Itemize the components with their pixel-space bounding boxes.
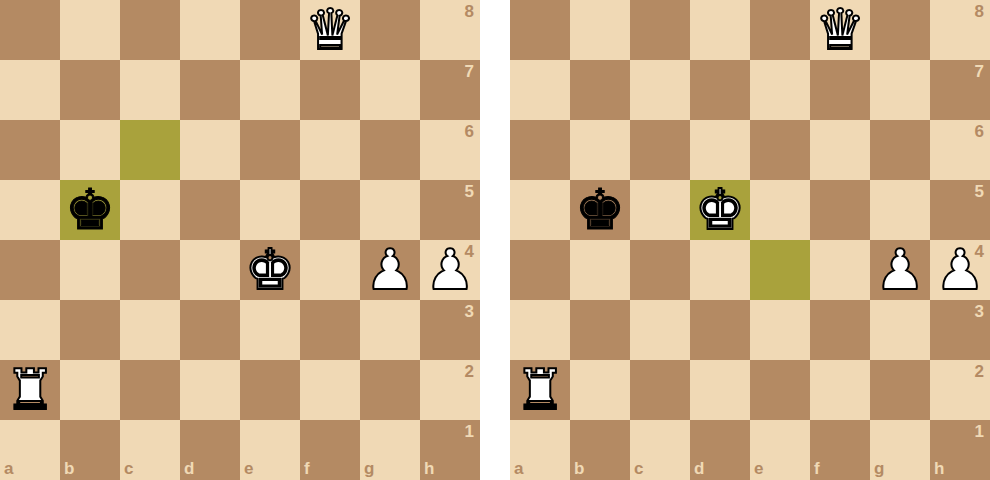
file-label-b: b bbox=[574, 460, 584, 477]
chessboard-right: ♛♚♚♟♟♜12345678abcdefgh bbox=[510, 0, 990, 480]
square-d6[interactable] bbox=[690, 120, 750, 180]
boards-container: ♛♚♚♟♟♜12345678abcdefgh ♛♚♚♟♟♜12345678abc… bbox=[0, 0, 990, 480]
square-d2[interactable] bbox=[180, 360, 240, 420]
file-label-d: d bbox=[694, 460, 704, 477]
rank-label-3: 3 bbox=[975, 303, 984, 320]
square-b5[interactable]: ♚ bbox=[570, 180, 630, 240]
square-e8[interactable] bbox=[240, 0, 300, 60]
square-a5[interactable] bbox=[0, 180, 60, 240]
square-a3[interactable] bbox=[0, 300, 60, 360]
square-c4[interactable] bbox=[120, 240, 180, 300]
file-label-b: b bbox=[64, 460, 74, 477]
square-c7[interactable] bbox=[630, 60, 690, 120]
rank-label-7: 7 bbox=[975, 63, 984, 80]
file-label-f: f bbox=[814, 460, 820, 477]
square-a7[interactable] bbox=[510, 60, 570, 120]
white-queen-f8[interactable]: ♛ bbox=[300, 0, 360, 60]
square-e6[interactable] bbox=[750, 120, 810, 180]
square-f8[interactable]: ♛ bbox=[810, 0, 870, 60]
square-g7[interactable] bbox=[360, 60, 420, 120]
white-king-e4[interactable]: ♚ bbox=[240, 240, 300, 300]
rank-label-2: 2 bbox=[465, 363, 474, 380]
square-b8[interactable] bbox=[570, 0, 630, 60]
white-pawn-g4[interactable]: ♟ bbox=[360, 240, 420, 300]
square-d2[interactable] bbox=[690, 360, 750, 420]
square-e7[interactable] bbox=[750, 60, 810, 120]
square-d8[interactable] bbox=[180, 0, 240, 60]
square-b3[interactable] bbox=[60, 300, 120, 360]
square-b5[interactable]: ♚ bbox=[60, 180, 120, 240]
file-label-a: a bbox=[4, 460, 13, 477]
file-label-f: f bbox=[304, 460, 310, 477]
square-c8[interactable] bbox=[120, 0, 180, 60]
file-label-c: c bbox=[124, 460, 133, 477]
square-a8[interactable] bbox=[510, 0, 570, 60]
file-label-h: h bbox=[424, 460, 434, 477]
white-rook-a2[interactable]: ♜ bbox=[0, 360, 60, 420]
rank-label-3: 3 bbox=[465, 303, 474, 320]
square-b2[interactable] bbox=[570, 360, 630, 420]
square-d5[interactable] bbox=[180, 180, 240, 240]
rank-label-8: 8 bbox=[975, 3, 984, 20]
square-c2[interactable] bbox=[630, 360, 690, 420]
square-g7[interactable] bbox=[870, 60, 930, 120]
square-b4[interactable] bbox=[570, 240, 630, 300]
square-g8[interactable] bbox=[870, 0, 930, 60]
file-label-h: h bbox=[934, 460, 944, 477]
square-e8[interactable] bbox=[750, 0, 810, 60]
rank-label-4: 4 bbox=[465, 243, 474, 260]
square-f4[interactable] bbox=[810, 240, 870, 300]
square-e4[interactable] bbox=[750, 240, 810, 300]
square-c3[interactable] bbox=[120, 300, 180, 360]
square-e5[interactable] bbox=[240, 180, 300, 240]
square-d7[interactable] bbox=[180, 60, 240, 120]
square-g3[interactable] bbox=[870, 300, 930, 360]
square-a2[interactable]: ♜ bbox=[510, 360, 570, 420]
square-a6[interactable] bbox=[0, 120, 60, 180]
square-e7[interactable] bbox=[240, 60, 300, 120]
square-e6[interactable] bbox=[240, 120, 300, 180]
square-b3[interactable] bbox=[570, 300, 630, 360]
square-f5[interactable] bbox=[810, 180, 870, 240]
square-a7[interactable] bbox=[0, 60, 60, 120]
white-queen-f8[interactable]: ♛ bbox=[810, 0, 870, 60]
square-e4[interactable]: ♚ bbox=[240, 240, 300, 300]
square-c7[interactable] bbox=[120, 60, 180, 120]
square-e2[interactable] bbox=[240, 360, 300, 420]
square-d8[interactable] bbox=[690, 0, 750, 60]
white-rook-a2[interactable]: ♜ bbox=[510, 360, 570, 420]
square-g6[interactable] bbox=[870, 120, 930, 180]
square-c2[interactable] bbox=[120, 360, 180, 420]
rank-label-2: 2 bbox=[975, 363, 984, 380]
square-f3[interactable] bbox=[300, 300, 360, 360]
file-label-e: e bbox=[754, 460, 763, 477]
square-e2[interactable] bbox=[750, 360, 810, 420]
chessboard-left: ♛♚♚♟♟♜12345678abcdefgh bbox=[0, 0, 480, 480]
square-g5[interactable] bbox=[360, 180, 420, 240]
square-f5[interactable] bbox=[300, 180, 360, 240]
square-d5[interactable]: ♚ bbox=[690, 180, 750, 240]
square-e3[interactable] bbox=[240, 300, 300, 360]
square-c3[interactable] bbox=[630, 300, 690, 360]
square-d4[interactable] bbox=[180, 240, 240, 300]
rank-label-1: 1 bbox=[465, 423, 474, 440]
square-b6[interactable] bbox=[60, 120, 120, 180]
square-e5[interactable] bbox=[750, 180, 810, 240]
square-g6[interactable] bbox=[360, 120, 420, 180]
square-b2[interactable] bbox=[60, 360, 120, 420]
square-b4[interactable] bbox=[60, 240, 120, 300]
file-label-c: c bbox=[634, 460, 643, 477]
rank-label-5: 5 bbox=[975, 183, 984, 200]
square-b6[interactable] bbox=[570, 120, 630, 180]
square-a5[interactable] bbox=[510, 180, 570, 240]
rank-label-6: 6 bbox=[465, 123, 474, 140]
file-label-g: g bbox=[364, 460, 374, 477]
black-king-b5[interactable]: ♚ bbox=[60, 180, 120, 240]
square-c6[interactable] bbox=[120, 120, 180, 180]
square-a4[interactable] bbox=[0, 240, 60, 300]
file-label-e: e bbox=[244, 460, 253, 477]
file-label-g: g bbox=[874, 460, 884, 477]
square-g4[interactable]: ♟ bbox=[870, 240, 930, 300]
square-d6[interactable] bbox=[180, 120, 240, 180]
square-f8[interactable]: ♛ bbox=[300, 0, 360, 60]
square-f2[interactable] bbox=[810, 360, 870, 420]
rank-label-5: 5 bbox=[465, 183, 474, 200]
square-c6[interactable] bbox=[630, 120, 690, 180]
square-g2[interactable] bbox=[870, 360, 930, 420]
rank-label-4: 4 bbox=[975, 243, 984, 260]
square-a3[interactable] bbox=[510, 300, 570, 360]
file-label-d: d bbox=[184, 460, 194, 477]
white-king-d5[interactable]: ♚ bbox=[690, 180, 750, 240]
square-f7[interactable] bbox=[810, 60, 870, 120]
rank-label-7: 7 bbox=[465, 63, 474, 80]
black-king-b5[interactable]: ♚ bbox=[570, 180, 630, 240]
white-pawn-g4[interactable]: ♟ bbox=[870, 240, 930, 300]
square-g2[interactable] bbox=[360, 360, 420, 420]
square-e3[interactable] bbox=[750, 300, 810, 360]
square-f6[interactable] bbox=[300, 120, 360, 180]
square-a4[interactable] bbox=[510, 240, 570, 300]
square-c5[interactable] bbox=[120, 180, 180, 240]
square-a8[interactable] bbox=[0, 0, 60, 60]
square-f7[interactable] bbox=[300, 60, 360, 120]
square-b7[interactable] bbox=[570, 60, 630, 120]
square-g5[interactable] bbox=[870, 180, 930, 240]
square-b7[interactable] bbox=[60, 60, 120, 120]
square-c5[interactable] bbox=[630, 180, 690, 240]
square-f6[interactable] bbox=[810, 120, 870, 180]
square-c4[interactable] bbox=[630, 240, 690, 300]
square-f3[interactable] bbox=[810, 300, 870, 360]
square-d4[interactable] bbox=[690, 240, 750, 300]
square-d7[interactable] bbox=[690, 60, 750, 120]
square-f4[interactable] bbox=[300, 240, 360, 300]
rank-label-1: 1 bbox=[975, 423, 984, 440]
rank-label-8: 8 bbox=[465, 3, 474, 20]
square-g3[interactable] bbox=[360, 300, 420, 360]
square-f2[interactable] bbox=[300, 360, 360, 420]
square-d3[interactable] bbox=[690, 300, 750, 360]
square-c8[interactable] bbox=[630, 0, 690, 60]
square-b8[interactable] bbox=[60, 0, 120, 60]
rank-label-6: 6 bbox=[975, 123, 984, 140]
file-label-a: a bbox=[514, 460, 523, 477]
square-d3[interactable] bbox=[180, 300, 240, 360]
square-a2[interactable]: ♜ bbox=[0, 360, 60, 420]
square-g4[interactable]: ♟ bbox=[360, 240, 420, 300]
square-g8[interactable] bbox=[360, 0, 420, 60]
square-a6[interactable] bbox=[510, 120, 570, 180]
